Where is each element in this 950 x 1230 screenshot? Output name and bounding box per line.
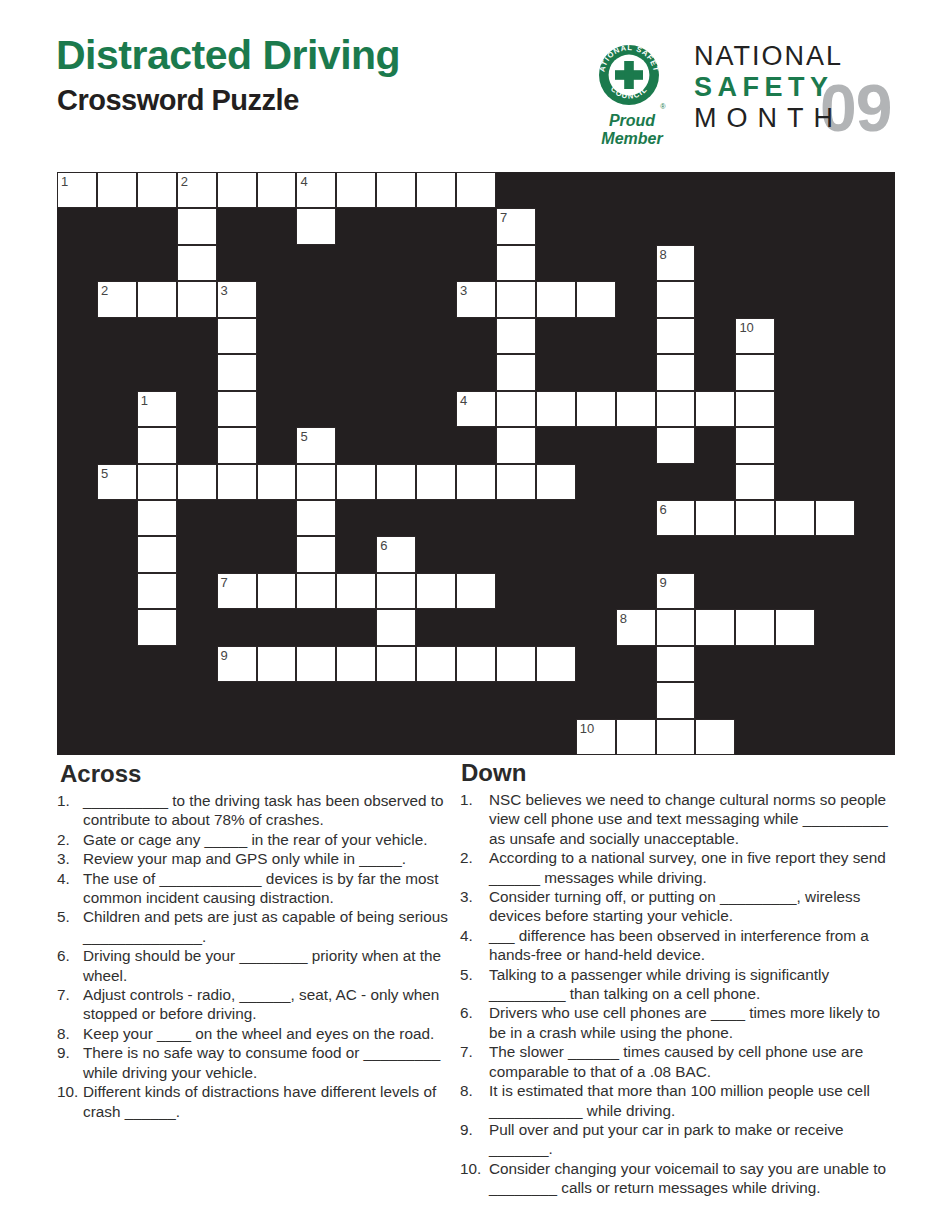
crossword-cell[interactable] <box>376 464 416 500</box>
blocked-cell <box>376 245 416 281</box>
blocked-cell <box>536 208 576 244</box>
crossword-cell[interactable]: 4 <box>296 172 336 208</box>
crossword-cell[interactable]: 9 <box>656 573 696 609</box>
clue-item: 10.Different kinds of distractions have … <box>57 1082 455 1121</box>
clue-item: 8.Keep your ____ on the wheel and eyes o… <box>57 1024 455 1043</box>
blocked-cell <box>576 500 616 536</box>
crossword-cell[interactable] <box>496 464 536 500</box>
blocked-cell <box>815 609 855 645</box>
page: Distracted Driving Crossword Puzzle NATI… <box>0 0 950 1230</box>
blocked-cell <box>815 354 855 390</box>
blocked-cell <box>496 682 536 718</box>
blocked-cell <box>576 646 616 682</box>
blocked-cell <box>416 281 456 317</box>
blocked-cell <box>456 719 496 755</box>
blocked-cell <box>57 609 97 645</box>
crossword-cell[interactable] <box>735 391 775 427</box>
blocked-cell <box>855 208 895 244</box>
clue-item: 9.There is no safe way to consume food o… <box>57 1043 455 1082</box>
blocked-cell <box>336 719 376 755</box>
crossword-cell[interactable] <box>656 609 696 645</box>
crossword-cell[interactable]: 6 <box>376 536 416 572</box>
blocked-cell <box>616 500 656 536</box>
clue-number: 2. <box>460 848 489 867</box>
blocked-cell <box>815 245 855 281</box>
blocked-cell <box>695 318 735 354</box>
clue-text: The slower ______ times caused by cell p… <box>489 1042 897 1081</box>
clue-text: Review your map and GPS only while in __… <box>83 849 455 868</box>
blocked-cell <box>336 536 376 572</box>
blocked-cell <box>177 354 217 390</box>
crossword-cell[interactable]: 5 <box>97 464 137 500</box>
crossword-cell[interactable] <box>576 391 616 427</box>
blocked-cell <box>257 427 297 463</box>
blocked-cell <box>416 245 456 281</box>
blocked-cell <box>855 318 895 354</box>
crossword-cell[interactable] <box>217 427 257 463</box>
crossword-cell[interactable] <box>496 318 536 354</box>
crossword-cell[interactable] <box>217 354 257 390</box>
blocked-cell <box>376 719 416 755</box>
crossword-cell[interactable] <box>616 719 656 755</box>
blocked-cell <box>57 719 97 755</box>
blocked-cell <box>695 245 735 281</box>
crossword-cell[interactable] <box>656 719 696 755</box>
clue-item: 2.According to a national survey, one in… <box>460 848 897 887</box>
blocked-cell <box>296 245 336 281</box>
clue-number: 3. <box>460 887 489 906</box>
blocked-cell <box>775 281 815 317</box>
crossword-cell[interactable] <box>177 464 217 500</box>
clue-number: 1. <box>460 790 489 809</box>
blocked-cell <box>137 245 177 281</box>
blocked-cell <box>815 427 855 463</box>
blocked-cell <box>536 719 576 755</box>
crossword-cell[interactable] <box>336 172 376 208</box>
blocked-cell <box>57 427 97 463</box>
nsm-banner: NATIONAL SAFETY MONTH <box>694 41 843 134</box>
blocked-cell <box>177 536 217 572</box>
cell-number: 5 <box>101 466 108 481</box>
crossword-cell[interactable] <box>536 281 576 317</box>
clue-text: Pull over and put your car in park to ma… <box>489 1120 897 1159</box>
blocked-cell <box>496 609 536 645</box>
blocked-cell <box>576 245 616 281</box>
crossword-cell[interactable] <box>656 391 696 427</box>
clue-number: 4. <box>460 926 489 945</box>
crossword-cell[interactable] <box>296 573 336 609</box>
clue-text: Consider changing your voicemail to say … <box>489 1159 897 1198</box>
crossword-cell[interactable]: 6 <box>656 500 696 536</box>
blocked-cell <box>456 536 496 572</box>
crossword-cell[interactable] <box>257 464 297 500</box>
blocked-cell <box>815 281 855 317</box>
blocked-cell <box>536 245 576 281</box>
crossword-cell[interactable] <box>695 500 735 536</box>
down-heading: Down <box>461 759 526 787</box>
blocked-cell <box>536 500 576 536</box>
blocked-cell <box>656 536 696 572</box>
cell-number: 9 <box>221 648 228 663</box>
crossword-cell[interactable] <box>735 609 775 645</box>
clue-item: 3.Consider turning off, or putting on __… <box>460 887 897 926</box>
blocked-cell <box>456 318 496 354</box>
proud-member-label: Proud Member <box>577 112 687 148</box>
blocked-cell <box>616 318 656 354</box>
crossword-cell[interactable] <box>695 609 735 645</box>
blocked-cell <box>456 609 496 645</box>
crossword-cell[interactable] <box>616 391 656 427</box>
crossword-cell[interactable]: 8 <box>616 609 656 645</box>
blocked-cell <box>656 464 696 500</box>
crossword-cell[interactable] <box>376 609 416 645</box>
blocked-cell <box>536 354 576 390</box>
crossword-cell[interactable] <box>496 245 536 281</box>
crossword-cell[interactable] <box>177 281 217 317</box>
crossword-cell[interactable] <box>656 646 696 682</box>
clue-item: 7.Adjust controls - radio, ______, seat,… <box>57 985 455 1024</box>
blocked-cell <box>57 354 97 390</box>
crossword-cell[interactable]: 1 <box>57 172 97 208</box>
blocked-cell <box>695 682 735 718</box>
blocked-cell <box>416 318 456 354</box>
crossword-cell[interactable] <box>536 391 576 427</box>
cell-number: 10 <box>580 721 594 736</box>
blocked-cell <box>97 427 137 463</box>
blocked-cell <box>97 573 137 609</box>
crossword-cell[interactable] <box>177 245 217 281</box>
cell-number: 4 <box>300 174 307 189</box>
blocked-cell <box>57 573 97 609</box>
crossword-cell[interactable] <box>296 464 336 500</box>
crossword-cell[interactable] <box>695 391 735 427</box>
clue-item: 4.The use of ____________ devices is by … <box>57 869 455 908</box>
blocked-cell <box>775 354 815 390</box>
blocked-cell <box>695 172 735 208</box>
crossword-cell[interactable] <box>695 719 735 755</box>
blocked-cell <box>576 573 616 609</box>
crossword-cell[interactable] <box>296 208 336 244</box>
blocked-cell <box>137 646 177 682</box>
crossword-cell[interactable]: 9 <box>217 646 257 682</box>
clue-text: According to a national survey, one in f… <box>489 848 897 887</box>
crossword-cell[interactable] <box>815 500 855 536</box>
clue-text: There is no safe way to consume food or … <box>83 1043 455 1082</box>
crossword-cell[interactable]: 5 <box>296 427 336 463</box>
crossword-cell[interactable] <box>416 573 456 609</box>
blocked-cell <box>855 609 895 645</box>
blocked-cell <box>616 354 656 390</box>
blocked-cell <box>775 682 815 718</box>
across-clue-list: 1.__________ to the driving task has bee… <box>57 791 455 1121</box>
blocked-cell <box>456 245 496 281</box>
blocked-cell <box>257 391 297 427</box>
blocked-cell <box>177 646 217 682</box>
blocked-cell <box>416 500 456 536</box>
clue-item: 6.Driving should be your ________ priori… <box>57 946 455 985</box>
clue-text: NSC believes we need to change cultural … <box>489 790 897 848</box>
cell-number: 6 <box>380 538 387 553</box>
cell-number: 4 <box>460 393 467 408</box>
crossword-cell[interactable] <box>735 354 775 390</box>
clue-number: 1. <box>57 791 83 810</box>
blocked-cell <box>815 573 855 609</box>
cell-number: 9 <box>660 575 667 590</box>
clue-text: Consider turning off, or putting on ____… <box>489 887 897 926</box>
crossword-cell[interactable] <box>496 391 536 427</box>
blocked-cell <box>257 536 297 572</box>
blocked-cell <box>296 719 336 755</box>
blocked-cell <box>57 464 97 500</box>
crossword-cell[interactable] <box>137 609 177 645</box>
crossword-cell[interactable] <box>296 536 336 572</box>
crossword-cell[interactable] <box>735 427 775 463</box>
crossword-cell[interactable] <box>416 172 456 208</box>
blocked-cell <box>775 573 815 609</box>
crossword-cell[interactable] <box>137 281 177 317</box>
crossword-cell[interactable] <box>296 500 336 536</box>
blocked-cell <box>336 281 376 317</box>
blocked-cell <box>376 354 416 390</box>
blocked-cell <box>576 427 616 463</box>
blocked-cell <box>57 245 97 281</box>
blocked-cell <box>177 609 217 645</box>
page-subtitle: Crossword Puzzle <box>57 84 299 117</box>
blocked-cell <box>855 245 895 281</box>
blocked-cell <box>456 354 496 390</box>
blocked-cell <box>695 536 735 572</box>
clue-text: The use of ____________ devices is by fa… <box>83 869 455 908</box>
blocked-cell <box>456 682 496 718</box>
cell-number: 6 <box>660 502 667 517</box>
blocked-cell <box>137 318 177 354</box>
blocked-cell <box>97 609 137 645</box>
blocked-cell <box>137 208 177 244</box>
blocked-cell <box>855 464 895 500</box>
crossword-cell[interactable]: 7 <box>496 208 536 244</box>
crossword-cell[interactable] <box>656 318 696 354</box>
crossword-cell[interactable] <box>257 172 297 208</box>
blocked-cell <box>775 391 815 427</box>
clue-text: Adjust controls - radio, ______, seat, A… <box>83 985 455 1024</box>
crossword-cell[interactable] <box>496 427 536 463</box>
clue-item: 1.__________ to the driving task has bee… <box>57 791 455 830</box>
blocked-cell <box>456 500 496 536</box>
crossword-cell[interactable] <box>296 646 336 682</box>
blocked-cell <box>336 391 376 427</box>
blocked-cell <box>97 245 137 281</box>
crossword-cell[interactable] <box>456 172 496 208</box>
across-heading: Across <box>60 760 141 788</box>
blocked-cell <box>97 208 137 244</box>
crossword-cell[interactable]: 1 <box>137 391 177 427</box>
blocked-cell <box>496 573 536 609</box>
crossword-cell[interactable] <box>416 464 456 500</box>
crossword-cell[interactable] <box>656 682 696 718</box>
blocked-cell <box>695 281 735 317</box>
blocked-cell <box>775 318 815 354</box>
blocked-cell <box>97 391 137 427</box>
crossword-cell[interactable] <box>496 646 536 682</box>
clue-item: 10.Consider changing your voicemail to s… <box>460 1159 897 1198</box>
crossword-cell[interactable] <box>177 208 217 244</box>
blocked-cell <box>775 464 815 500</box>
crossword-cell[interactable]: 2 <box>97 281 137 317</box>
blocked-cell <box>257 281 297 317</box>
clue-number: 9. <box>460 1120 489 1139</box>
crossword-cell[interactable] <box>217 172 257 208</box>
blocked-cell <box>336 427 376 463</box>
clue-item: 9.Pull over and put your car in park to … <box>460 1120 897 1159</box>
blocked-cell <box>257 318 297 354</box>
crossword-cell[interactable]: 7 <box>217 573 257 609</box>
clue-item: 8.It is estimated that more than 100 mil… <box>460 1081 897 1120</box>
blocked-cell <box>815 172 855 208</box>
crossword-cell[interactable]: 3 <box>217 281 257 317</box>
clue-number: 8. <box>460 1081 489 1100</box>
crossword-cell[interactable] <box>137 427 177 463</box>
crossword-cell[interactable] <box>416 646 456 682</box>
crossword-cell[interactable] <box>257 573 297 609</box>
blocked-cell <box>576 208 616 244</box>
clue-number: 9. <box>57 1043 83 1062</box>
blocked-cell <box>57 318 97 354</box>
cell-number: 3 <box>460 283 467 298</box>
crossword-cell[interactable] <box>336 573 376 609</box>
crossword-cell[interactable]: 4 <box>456 391 496 427</box>
blocked-cell <box>695 573 735 609</box>
crossword-cell[interactable] <box>336 646 376 682</box>
blocked-cell <box>815 682 855 718</box>
crossword-cell[interactable] <box>496 354 536 390</box>
blocked-cell <box>296 318 336 354</box>
blocked-cell <box>137 682 177 718</box>
blocked-cell <box>97 500 137 536</box>
blocked-cell <box>416 719 456 755</box>
crossword-cell[interactable] <box>496 281 536 317</box>
crossword-cell[interactable]: 10 <box>576 719 616 755</box>
crossword-cell[interactable] <box>97 172 137 208</box>
blocked-cell <box>576 172 616 208</box>
crossword-cell[interactable] <box>217 391 257 427</box>
blocked-cell <box>217 682 257 718</box>
blocked-cell <box>217 609 257 645</box>
blocked-cell <box>735 208 775 244</box>
crossword-cell[interactable] <box>137 172 177 208</box>
blocked-cell <box>456 208 496 244</box>
crossword-cell[interactable] <box>536 646 576 682</box>
crossword-cell[interactable] <box>336 464 376 500</box>
crossword-cell[interactable] <box>536 464 576 500</box>
crossword-cell[interactable] <box>656 354 696 390</box>
clue-number: 7. <box>57 985 83 1004</box>
cell-number: 7 <box>500 210 507 225</box>
blocked-cell <box>376 427 416 463</box>
blocked-cell <box>57 208 97 244</box>
crossword-cell[interactable] <box>456 464 496 500</box>
crossword-cell[interactable] <box>376 172 416 208</box>
crossword-cell[interactable] <box>656 427 696 463</box>
crossword-cell[interactable] <box>137 464 177 500</box>
blocked-cell <box>815 391 855 427</box>
crossword-cell[interactable] <box>137 500 177 536</box>
blocked-cell <box>855 500 895 536</box>
clue-number: 3. <box>57 849 83 868</box>
crossword-cell[interactable]: 8 <box>656 245 696 281</box>
blocked-cell <box>376 318 416 354</box>
blocked-cell <box>855 281 895 317</box>
clue-number: 5. <box>460 965 489 984</box>
crossword-cell[interactable] <box>217 318 257 354</box>
blocked-cell <box>735 172 775 208</box>
clue-item: 4.___ difference has been observed in in… <box>460 926 897 965</box>
clue-number: 7. <box>460 1042 489 1061</box>
blocked-cell <box>576 318 616 354</box>
crossword-cell[interactable] <box>376 573 416 609</box>
blocked-cell <box>855 682 895 718</box>
crossword-cell[interactable]: 3 <box>456 281 496 317</box>
clue-text: Gate or cage any _____ in the rear of yo… <box>83 830 455 849</box>
crossword-cell[interactable] <box>576 281 616 317</box>
crossword-cell[interactable] <box>137 536 177 572</box>
crossword-cell[interactable] <box>217 464 257 500</box>
blocked-cell <box>616 281 656 317</box>
clue-text: __________ to the driving task has been … <box>83 791 455 830</box>
blocked-cell <box>416 609 456 645</box>
crossword-cell[interactable]: 10 <box>735 318 775 354</box>
crossword-cell[interactable]: 2 <box>177 172 217 208</box>
blocked-cell <box>536 318 576 354</box>
blocked-cell <box>616 245 656 281</box>
crossword-cell[interactable] <box>735 464 775 500</box>
blocked-cell <box>496 500 536 536</box>
cell-number: 8 <box>660 247 667 262</box>
blocked-cell <box>416 427 456 463</box>
cell-number: 5 <box>300 429 307 444</box>
crossword-cell[interactable] <box>656 281 696 317</box>
crossword-cell[interactable] <box>456 573 496 609</box>
cell-number: 3 <box>221 283 228 298</box>
blocked-cell <box>815 646 855 682</box>
blocked-cell <box>177 500 217 536</box>
blocked-cell <box>257 245 297 281</box>
crossword-cell[interactable] <box>137 573 177 609</box>
blocked-cell <box>97 646 137 682</box>
blocked-cell <box>376 682 416 718</box>
blocked-cell <box>536 536 576 572</box>
crossword-cell[interactable] <box>257 646 297 682</box>
blocked-cell <box>775 646 815 682</box>
crossword-cell[interactable] <box>775 500 815 536</box>
clue-number: 10. <box>460 1159 489 1178</box>
blocked-cell <box>336 609 376 645</box>
crossword-cell[interactable] <box>456 646 496 682</box>
blocked-cell <box>57 646 97 682</box>
blocked-cell <box>496 172 536 208</box>
blocked-cell <box>616 208 656 244</box>
crossword-grid: 1247823310145566798910 <box>57 172 895 755</box>
crossword-cell[interactable] <box>735 500 775 536</box>
blocked-cell <box>735 646 775 682</box>
crossword-cell[interactable] <box>775 609 815 645</box>
blocked-cell <box>496 719 536 755</box>
blocked-cell <box>855 719 895 755</box>
blocked-cell <box>775 172 815 208</box>
crossword-cell[interactable] <box>376 646 416 682</box>
blocked-cell <box>336 208 376 244</box>
blocked-cell <box>616 573 656 609</box>
blocked-cell <box>177 427 217 463</box>
